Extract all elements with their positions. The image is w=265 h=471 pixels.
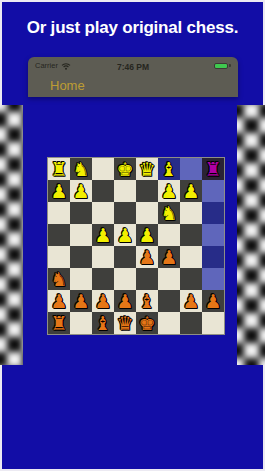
square-b5[interactable] [70,224,92,246]
square-d6[interactable] [114,202,136,224]
square-a6[interactable] [48,202,70,224]
piece-black-queen: ♛ [138,158,155,180]
square-d2[interactable]: ♟ [114,290,136,312]
piece-black-pawn: ♟ [50,180,67,202]
piece-black-rook: ♜ [204,158,221,180]
piece-white-pawn: ♟ [182,290,199,312]
piece-white-knight: ♞ [50,268,67,290]
square-c6[interactable] [92,202,114,224]
square-f3[interactable] [158,268,180,290]
headline-text: Or just play original chess. [0,0,265,56]
square-a8[interactable]: ♜ [48,158,70,180]
square-a3[interactable]: ♞ [48,268,70,290]
navigation-bar: Home [28,74,238,97]
chess-board: ♜♞♚♛♝♜♟♟♟♟♞♟♟♟♟♟♞♟♟♟♟♝♟♟♜♝♛♚ [47,157,225,335]
square-g7[interactable]: ♟ [180,180,202,202]
square-g8[interactable] [180,158,202,180]
square-e5[interactable]: ♟ [136,224,158,246]
piece-black-pawn: ♟ [72,180,89,202]
square-d3[interactable] [114,268,136,290]
piece-white-pawn: ♟ [116,290,133,312]
square-f6[interactable]: ♞ [158,202,180,224]
piece-white-pawn: ♟ [138,246,155,268]
square-c3[interactable] [92,268,114,290]
square-e3[interactable] [136,268,158,290]
piece-black-pawn: ♟ [160,180,177,202]
blurred-chessboard-right-strip [237,105,265,365]
square-b8[interactable]: ♞ [70,158,92,180]
piece-white-bishop: ♝ [138,290,155,312]
square-b2[interactable]: ♟ [70,290,92,312]
piece-white-queen: ♛ [116,312,133,334]
square-b6[interactable] [70,202,92,224]
square-d7[interactable] [114,180,136,202]
square-e2[interactable]: ♝ [136,290,158,312]
piece-black-knight: ♞ [72,158,89,180]
square-h3[interactable] [202,268,224,290]
square-a2[interactable]: ♟ [48,290,70,312]
piece-black-pawn: ♟ [138,224,155,246]
square-d5[interactable]: ♟ [114,224,136,246]
square-e8[interactable]: ♛ [136,158,158,180]
square-f4[interactable]: ♟ [158,246,180,268]
square-b4[interactable] [70,246,92,268]
square-h8[interactable]: ♜ [202,158,224,180]
piece-white-pawn: ♟ [50,290,67,312]
square-a7[interactable]: ♟ [48,180,70,202]
square-d8[interactable]: ♚ [114,158,136,180]
piece-white-king: ♚ [138,312,155,334]
piece-white-pawn: ♟ [204,290,221,312]
square-f5[interactable] [158,224,180,246]
square-h7[interactable] [202,180,224,202]
square-g6[interactable] [180,202,202,224]
status-bar: Carrier 7:46 PM [28,57,238,74]
square-b1[interactable] [70,312,92,334]
nav-title-home[interactable]: Home [50,78,85,93]
piece-black-pawn: ♟ [116,224,133,246]
square-h5[interactable] [202,224,224,246]
square-h6[interactable] [202,202,224,224]
square-e4[interactable]: ♟ [136,246,158,268]
phone-panel: Carrier 7:46 PM Home [28,57,238,97]
carrier-text: Carrier [35,61,58,70]
square-c8[interactable] [92,158,114,180]
square-c2[interactable]: ♟ [92,290,114,312]
battery-icon [214,63,231,69]
square-h2[interactable]: ♟ [202,290,224,312]
piece-black-bishop: ♝ [160,158,177,180]
square-f7[interactable]: ♟ [158,180,180,202]
app-store-screenshot: Or just play original chess. Carrier 7:4… [0,0,265,471]
carrier-label: Carrier [35,61,71,70]
wifi-icon [61,62,71,70]
square-b3[interactable] [70,268,92,290]
square-f8[interactable]: ♝ [158,158,180,180]
piece-black-rook: ♜ [50,158,67,180]
square-g2[interactable]: ♟ [180,290,202,312]
square-c5[interactable]: ♟ [92,224,114,246]
piece-white-pawn: ♟ [72,290,89,312]
square-e6[interactable] [136,202,158,224]
square-g5[interactable] [180,224,202,246]
blurred-chessboard-left-strip [0,105,23,365]
square-g1[interactable] [180,312,202,334]
square-f1[interactable] [158,312,180,334]
square-h1[interactable] [202,312,224,334]
piece-black-king: ♚ [116,158,133,180]
square-a5[interactable] [48,224,70,246]
square-h4[interactable] [202,246,224,268]
square-d1[interactable]: ♛ [114,312,136,334]
square-f2[interactable] [158,290,180,312]
square-c1[interactable]: ♝ [92,312,114,334]
square-c4[interactable] [92,246,114,268]
piece-black-knight: ♞ [160,202,177,224]
square-e7[interactable] [136,180,158,202]
piece-white-pawn: ♟ [160,246,177,268]
piece-white-bishop: ♝ [94,312,111,334]
piece-black-pawn: ♟ [182,180,199,202]
square-b7[interactable]: ♟ [70,180,92,202]
piece-white-rook: ♜ [50,312,67,334]
square-c7[interactable] [92,180,114,202]
square-d4[interactable] [114,246,136,268]
square-g4[interactable] [180,246,202,268]
square-g3[interactable] [180,268,202,290]
square-e1[interactable]: ♚ [136,312,158,334]
piece-white-pawn: ♟ [94,290,111,312]
square-a4[interactable] [48,246,70,268]
square-a1[interactable]: ♜ [48,312,70,334]
piece-black-pawn: ♟ [94,224,111,246]
